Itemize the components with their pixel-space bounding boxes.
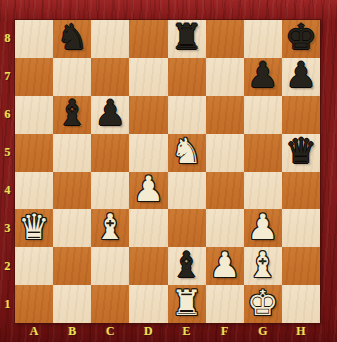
rank-label-5: 5 xyxy=(0,134,15,172)
rank-label-4: 4 xyxy=(0,172,15,210)
white-rook-e1[interactable]: ♜ xyxy=(171,286,202,321)
square-g1[interactable]: ♚ xyxy=(244,285,282,323)
square-h8[interactable]: ♚ xyxy=(282,20,320,58)
square-a8[interactable] xyxy=(15,20,53,58)
rank-label-3: 3 xyxy=(0,209,15,247)
file-label-c: C xyxy=(91,322,129,340)
square-f2[interactable]: ♟ xyxy=(206,247,244,285)
square-d5[interactable] xyxy=(129,134,167,172)
square-e1[interactable]: ♜ xyxy=(168,285,206,323)
square-b5[interactable] xyxy=(53,134,91,172)
square-g2[interactable]: ♝ xyxy=(244,247,282,285)
square-f4[interactable] xyxy=(206,172,244,210)
white-knight-e5[interactable]: ♞ xyxy=(171,134,202,169)
square-e2[interactable]: ♝ xyxy=(168,247,206,285)
square-b2[interactable] xyxy=(53,247,91,285)
square-d8[interactable] xyxy=(129,20,167,58)
square-f8[interactable] xyxy=(206,20,244,58)
rank-label-8: 8 xyxy=(0,20,15,58)
file-label-b: B xyxy=(53,322,91,340)
square-a6[interactable] xyxy=(15,96,53,134)
square-d7[interactable] xyxy=(129,58,167,96)
white-pawn-g3[interactable]: ♟ xyxy=(247,210,278,245)
square-h6[interactable] xyxy=(282,96,320,134)
square-d3[interactable] xyxy=(129,209,167,247)
white-bishop-c3[interactable]: ♝ xyxy=(95,210,126,245)
black-king-h8[interactable]: ♚ xyxy=(285,20,316,55)
square-f3[interactable] xyxy=(206,209,244,247)
rank-label-7: 7 xyxy=(0,58,15,96)
square-h7[interactable]: ♟ xyxy=(282,58,320,96)
square-c2[interactable] xyxy=(91,247,129,285)
square-c4[interactable] xyxy=(91,172,129,210)
square-d2[interactable] xyxy=(129,247,167,285)
square-g3[interactable]: ♟ xyxy=(244,209,282,247)
square-h1[interactable] xyxy=(282,285,320,323)
file-label-a: A xyxy=(15,322,53,340)
square-b1[interactable] xyxy=(53,285,91,323)
square-e4[interactable] xyxy=(168,172,206,210)
black-queen-h5[interactable]: ♛ xyxy=(285,134,316,169)
square-e6[interactable] xyxy=(168,96,206,134)
black-pawn-g7[interactable]: ♟ xyxy=(247,58,278,93)
rank-labels: 87654321 xyxy=(0,20,15,323)
black-rook-e8[interactable]: ♜ xyxy=(171,20,202,55)
square-c5[interactable] xyxy=(91,134,129,172)
square-e7[interactable] xyxy=(168,58,206,96)
square-d4[interactable]: ♟ xyxy=(129,172,167,210)
square-d1[interactable] xyxy=(129,285,167,323)
square-g6[interactable] xyxy=(244,96,282,134)
white-bishop-g2[interactable]: ♝ xyxy=(247,248,278,283)
square-g7[interactable]: ♟ xyxy=(244,58,282,96)
black-pawn-h7[interactable]: ♟ xyxy=(285,58,316,93)
square-g5[interactable] xyxy=(244,134,282,172)
white-queen-a3[interactable]: ♛ xyxy=(18,210,49,245)
square-a2[interactable] xyxy=(15,247,53,285)
square-c6[interactable]: ♟ xyxy=(91,96,129,134)
black-bishop-b6[interactable]: ♝ xyxy=(56,96,87,131)
file-label-f: F xyxy=(206,322,244,340)
square-b3[interactable] xyxy=(53,209,91,247)
square-h5[interactable]: ♛ xyxy=(282,134,320,172)
chess-board-frame: 87654321 ♞♜♚♟♟♝♟♞♛♟♛♝♟♝♟♝♜♚ ABCDEFGH xyxy=(0,0,337,342)
square-a7[interactable] xyxy=(15,58,53,96)
square-c3[interactable]: ♝ xyxy=(91,209,129,247)
square-c8[interactable] xyxy=(91,20,129,58)
square-b7[interactable] xyxy=(53,58,91,96)
square-e8[interactable]: ♜ xyxy=(168,20,206,58)
rank-label-6: 6 xyxy=(0,96,15,134)
file-label-h: H xyxy=(282,322,320,340)
white-king-g1[interactable]: ♚ xyxy=(247,286,278,321)
square-h2[interactable] xyxy=(282,247,320,285)
square-f6[interactable] xyxy=(206,96,244,134)
square-b4[interactable] xyxy=(53,172,91,210)
file-label-d: D xyxy=(129,322,167,340)
square-h3[interactable] xyxy=(282,209,320,247)
black-pawn-c6[interactable]: ♟ xyxy=(95,96,126,131)
square-c1[interactable] xyxy=(91,285,129,323)
file-labels: ABCDEFGH xyxy=(15,322,320,340)
square-a1[interactable] xyxy=(15,285,53,323)
square-a4[interactable] xyxy=(15,172,53,210)
square-f1[interactable] xyxy=(206,285,244,323)
rank-label-2: 2 xyxy=(0,247,15,285)
black-bishop-e2[interactable]: ♝ xyxy=(171,248,202,283)
square-f5[interactable] xyxy=(206,134,244,172)
white-pawn-f2[interactable]: ♟ xyxy=(209,248,240,283)
black-knight-b8[interactable]: ♞ xyxy=(56,20,87,55)
square-b6[interactable]: ♝ xyxy=(53,96,91,134)
square-b8[interactable]: ♞ xyxy=(53,20,91,58)
rank-label-1: 1 xyxy=(0,285,15,323)
file-label-e: E xyxy=(168,322,206,340)
white-pawn-d4[interactable]: ♟ xyxy=(133,172,164,207)
square-g8[interactable] xyxy=(244,20,282,58)
square-e3[interactable] xyxy=(168,209,206,247)
square-a3[interactable]: ♛ xyxy=(15,209,53,247)
square-e5[interactable]: ♞ xyxy=(168,134,206,172)
square-h4[interactable] xyxy=(282,172,320,210)
file-label-g: G xyxy=(244,322,282,340)
chess-board: ♞♜♚♟♟♝♟♞♛♟♛♝♟♝♟♝♜♚ xyxy=(15,20,320,323)
square-f7[interactable] xyxy=(206,58,244,96)
square-d6[interactable] xyxy=(129,96,167,134)
square-a5[interactable] xyxy=(15,134,53,172)
square-g4[interactable] xyxy=(244,172,282,210)
square-c7[interactable] xyxy=(91,58,129,96)
